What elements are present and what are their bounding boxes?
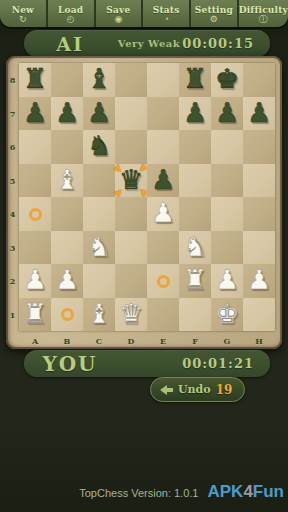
square-a7[interactable]: ♟: [19, 97, 51, 131]
rank-label-7: 7: [7, 109, 18, 119]
square-a5[interactable]: [19, 164, 51, 198]
square-e4[interactable]: ♟: [147, 197, 179, 231]
square-d6[interactable]: [115, 130, 147, 164]
square-c1[interactable]: ♝: [83, 298, 115, 332]
square-c3[interactable]: ♞: [83, 231, 115, 265]
toolbar: New ↻ Load ◴ Save ◉ Stats ◔ Setting ⚙ Di…: [0, 0, 288, 27]
stats-icon: ◔: [163, 15, 168, 24]
white-pawn-e4[interactable]: ♟: [151, 200, 175, 227]
square-h4[interactable]: [243, 197, 275, 231]
black-pawn-b7[interactable]: ♟: [55, 100, 79, 127]
black-bishop-c8[interactable]: ♝: [87, 66, 111, 93]
square-g1[interactable]: ♚: [211, 298, 243, 332]
square-c7[interactable]: ♟: [83, 97, 115, 131]
white-pawn-a2[interactable]: ♟: [23, 267, 47, 294]
square-a1[interactable]: ♜: [19, 298, 51, 332]
file-label-C: C: [83, 336, 115, 346]
square-a4[interactable]: [19, 197, 51, 231]
load-button[interactable]: Load ◴: [48, 0, 96, 27]
white-bishop-c1[interactable]: ♝: [87, 301, 111, 328]
square-h3[interactable]: [243, 231, 275, 265]
black-rook-f8[interactable]: ♜: [183, 66, 207, 93]
square-b2[interactable]: ♟: [51, 264, 83, 298]
square-g6[interactable]: [211, 130, 243, 164]
topchess-app: New ↻ Load ◴ Save ◉ Stats ◔ Setting ⚙ Di…: [0, 0, 288, 512]
rank-label-2: 2: [7, 276, 18, 286]
square-g8[interactable]: ♚: [211, 63, 243, 97]
black-rook-a8[interactable]: ♜: [23, 66, 47, 93]
square-h8[interactable]: [243, 63, 275, 97]
square-d3[interactable]: [115, 231, 147, 265]
move-target-marker-a4[interactable]: [29, 208, 42, 221]
file-label-G: G: [211, 336, 243, 346]
black-pawn-e5[interactable]: ♟: [151, 167, 175, 194]
square-c5[interactable]: [83, 164, 115, 198]
difficulty-button-label: Difficulty: [239, 5, 288, 15]
square-f2[interactable]: ♜: [179, 264, 211, 298]
apk4fun-logo: APK4Fun: [207, 482, 284, 502]
square-h2[interactable]: ♟: [243, 264, 275, 298]
square-e2[interactable]: [147, 264, 179, 298]
square-e8[interactable]: [147, 63, 179, 97]
square-b8[interactable]: [51, 63, 83, 97]
rank-label-3: 3: [7, 243, 18, 253]
square-g3[interactable]: [211, 231, 243, 265]
difficulty-icon: ⓘ: [259, 15, 268, 24]
square-a3[interactable]: [19, 231, 51, 265]
square-g5[interactable]: [211, 164, 243, 198]
save-icon: ◉: [114, 15, 122, 24]
rank-label-4: 4: [7, 209, 18, 219]
square-c2[interactable]: [83, 264, 115, 298]
square-c6[interactable]: ♞: [83, 130, 115, 164]
white-pawn-g2[interactable]: ♟: [215, 267, 239, 294]
black-knight-c6[interactable]: ♞: [87, 133, 111, 160]
board-squares[interactable]: ♜♝♜♚♟♟♟♟♟♟♞♝♛▶▶▶▶♟♟♞♞♟♟♜♟♟♜♝♛♚: [19, 63, 275, 331]
square-b4[interactable]: [51, 197, 83, 231]
square-f4[interactable]: [179, 197, 211, 231]
ai-clock: 00:00:15: [182, 36, 270, 51]
save-button-label: Save: [106, 5, 130, 15]
white-queen-d1[interactable]: ♛: [119, 301, 143, 328]
rank-label-6: 6: [7, 142, 18, 152]
square-g2[interactable]: ♟: [211, 264, 243, 298]
file-label-A: A: [19, 336, 51, 346]
square-e7[interactable]: [147, 97, 179, 131]
square-c8[interactable]: ♝: [83, 63, 115, 97]
footer: TopChess Version: 1.0.1 APK4Fun: [0, 482, 284, 502]
square-d2[interactable]: [115, 264, 147, 298]
you-clock: 00:01:21: [182, 356, 270, 371]
black-pawn-f7[interactable]: ♟: [183, 100, 207, 127]
square-d8[interactable]: [115, 63, 147, 97]
file-label-F: F: [179, 336, 211, 346]
square-e3[interactable]: [147, 231, 179, 265]
ai-difficulty-level: Very Weak: [116, 38, 182, 49]
square-f5[interactable]: [179, 164, 211, 198]
file-label-D: D: [115, 336, 147, 346]
white-rook-a1[interactable]: ♜: [23, 301, 47, 328]
black-king-g8[interactable]: ♚: [215, 66, 239, 93]
load-icon: ◴: [67, 15, 75, 24]
undo-button-label: Undo: [178, 383, 211, 396]
difficulty-button[interactable]: Difficulty ⓘ: [239, 0, 288, 27]
square-e5[interactable]: ♟: [147, 164, 179, 198]
black-pawn-h7[interactable]: ♟: [247, 100, 271, 127]
square-a2[interactable]: ♟: [19, 264, 51, 298]
square-h7[interactable]: ♟: [243, 97, 275, 131]
undo-button[interactable]: Undo 19: [150, 377, 245, 402]
file-label-B: B: [51, 336, 83, 346]
square-b6[interactable]: [51, 130, 83, 164]
square-f1[interactable]: [179, 298, 211, 332]
square-b1[interactable]: [51, 298, 83, 332]
square-f3[interactable]: ♞: [179, 231, 211, 265]
square-g7[interactable]: ♟: [211, 97, 243, 131]
square-d4[interactable]: [115, 197, 147, 231]
load-button-label: Load: [58, 5, 83, 15]
file-label-E: E: [147, 336, 179, 346]
app-version-text: TopChess Version: 1.0.1: [79, 487, 198, 499]
square-e6[interactable]: [147, 130, 179, 164]
undo-count: 19: [216, 383, 233, 397]
new-button-label: New: [12, 5, 34, 15]
square-f8[interactable]: ♜: [179, 63, 211, 97]
move-target-marker-e2[interactable]: [157, 275, 170, 288]
square-a6[interactable]: [19, 130, 51, 164]
white-bishop-b5[interactable]: ♝: [55, 167, 79, 194]
square-f7[interactable]: ♟: [179, 97, 211, 131]
you-panel: YOU 00:01:21: [24, 350, 270, 377]
white-knight-f3[interactable]: ♞: [183, 234, 207, 261]
square-f6[interactable]: [179, 130, 211, 164]
ai-panel-name: AI: [24, 33, 116, 55]
move-target-marker-b1[interactable]: [61, 308, 74, 321]
square-h6[interactable]: [243, 130, 275, 164]
white-pawn-b2[interactable]: ♟: [55, 267, 79, 294]
ai-panel: AI Very Weak 00:00:15: [24, 30, 270, 57]
setting-button[interactable]: Setting ⚙: [191, 0, 239, 27]
rank-label-8: 8: [7, 75, 18, 85]
new-game-icon: ↻: [19, 15, 27, 24]
square-c4[interactable]: [83, 197, 115, 231]
stats-button-label: Stats: [153, 5, 180, 15]
square-g4[interactable]: [211, 197, 243, 231]
stats-button[interactable]: Stats ◔: [143, 0, 191, 27]
white-knight-c3[interactable]: ♞: [87, 234, 111, 261]
square-d7[interactable]: [115, 97, 147, 131]
square-d5[interactable]: ♛▶▶▶▶: [115, 164, 147, 198]
square-d1[interactable]: ♛: [115, 298, 147, 332]
square-h1[interactable]: [243, 298, 275, 332]
square-b3[interactable]: [51, 231, 83, 265]
gear-icon: ⚙: [210, 15, 218, 24]
file-label-H: H: [243, 336, 275, 346]
black-pawn-a7[interactable]: ♟: [23, 100, 47, 127]
white-pawn-h2[interactable]: ♟: [247, 267, 271, 294]
new-button[interactable]: New ↻: [0, 0, 48, 27]
square-a8[interactable]: ♜: [19, 63, 51, 97]
black-pawn-c7[interactable]: ♟: [87, 100, 111, 127]
rank-label-5: 5: [7, 176, 18, 186]
you-panel-name: YOU: [24, 352, 116, 376]
black-pawn-g7[interactable]: ♟: [215, 100, 239, 127]
chess-board: ♜♝♜♚♟♟♟♟♟♟♞♝♛▶▶▶▶♟♟♞♞♟♟♜♟♟♜♝♛♚ 87654321A…: [6, 56, 282, 349]
square-e1[interactable]: [147, 298, 179, 332]
white-king-g1[interactable]: ♚: [215, 301, 239, 328]
white-rook-f2[interactable]: ♜: [183, 267, 207, 294]
save-button[interactable]: Save ◉: [96, 0, 144, 27]
rank-label-1: 1: [7, 310, 18, 320]
square-b5[interactable]: ♝: [51, 164, 83, 198]
square-h5[interactable]: [243, 164, 275, 198]
square-b7[interactable]: ♟: [51, 97, 83, 131]
setting-button-label: Setting: [195, 5, 233, 15]
undo-arrow-icon: [160, 385, 173, 395]
